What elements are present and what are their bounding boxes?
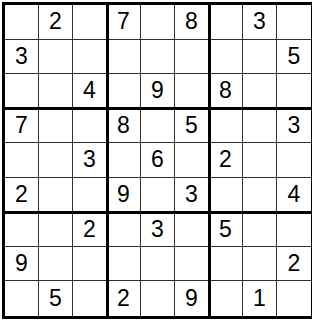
cell-r1c9[interactable] [277, 5, 311, 40]
cell-r4c8[interactable] [243, 109, 277, 144]
cell-r9c1[interactable] [5, 281, 39, 316]
cell-r8c6[interactable] [175, 247, 209, 282]
cell-r8c7[interactable] [209, 247, 243, 282]
cell-r3c9[interactable] [277, 74, 311, 109]
cell-r3c2[interactable] [39, 74, 73, 109]
cell-r6c7[interactable] [209, 178, 243, 213]
cell-r5c4[interactable] [107, 143, 141, 178]
cell-r5c5: 6 [141, 143, 175, 178]
cell-r9c9[interactable] [277, 281, 311, 316]
cell-r2c2[interactable] [39, 40, 73, 75]
cell-r6c6: 3 [175, 178, 209, 213]
cell-r1c8: 3 [243, 5, 277, 40]
cell-r8c5[interactable] [141, 247, 175, 282]
cell-r4c7[interactable] [209, 109, 243, 144]
cell-r8c3[interactable] [73, 247, 107, 282]
cell-r1c5[interactable] [141, 5, 175, 40]
cell-r2c8[interactable] [243, 40, 277, 75]
cell-r5c8[interactable] [243, 143, 277, 178]
cell-r6c3[interactable] [73, 178, 107, 213]
cell-r4c9: 3 [277, 109, 311, 144]
cell-r1c4: 7 [107, 5, 141, 40]
cell-r8c8[interactable] [243, 247, 277, 282]
cell-r1c1[interactable] [5, 5, 39, 40]
cell-r1c3[interactable] [73, 5, 107, 40]
cell-r6c8[interactable] [243, 178, 277, 213]
cell-r5c3: 3 [73, 143, 107, 178]
cell-r4c4: 8 [107, 109, 141, 144]
cell-r8c1: 9 [5, 247, 39, 282]
cell-r4c5[interactable] [141, 109, 175, 144]
cell-r6c1: 2 [5, 178, 39, 213]
cell-r5c2[interactable] [39, 143, 73, 178]
cell-r2c4[interactable] [107, 40, 141, 75]
cell-r6c4: 9 [107, 178, 141, 213]
cell-r9c6: 9 [175, 281, 209, 316]
cell-r4c2[interactable] [39, 109, 73, 144]
cell-r3c3: 4 [73, 74, 107, 109]
cell-r3c7: 8 [209, 74, 243, 109]
cell-r9c2: 5 [39, 281, 73, 316]
cell-r9c8: 1 [243, 281, 277, 316]
cell-r2c7[interactable] [209, 40, 243, 75]
cell-r3c1[interactable] [5, 74, 39, 109]
cell-r6c2[interactable] [39, 178, 73, 213]
cell-r2c1: 3 [5, 40, 39, 75]
cell-r3c5: 9 [141, 74, 175, 109]
cell-r2c6[interactable] [175, 40, 209, 75]
cell-r7c8[interactable] [243, 212, 277, 247]
cell-r3c8[interactable] [243, 74, 277, 109]
cell-r7c4[interactable] [107, 212, 141, 247]
cell-r5c7: 2 [209, 143, 243, 178]
cell-r1c2: 2 [39, 5, 73, 40]
cell-r1c7[interactable] [209, 5, 243, 40]
cell-r7c9[interactable] [277, 212, 311, 247]
cell-r6c5[interactable] [141, 178, 175, 213]
cell-r2c5[interactable] [141, 40, 175, 75]
cell-r5c6[interactable] [175, 143, 209, 178]
cell-r9c4: 2 [107, 281, 141, 316]
cell-r7c3: 2 [73, 212, 107, 247]
cell-r6c9: 4 [277, 178, 311, 213]
cell-r3c4[interactable] [107, 74, 141, 109]
cell-r4c3[interactable] [73, 109, 107, 144]
cell-r7c6[interactable] [175, 212, 209, 247]
cell-r2c9: 5 [277, 40, 311, 75]
cell-r5c9[interactable] [277, 143, 311, 178]
cell-r9c3[interactable] [73, 281, 107, 316]
cell-r7c7: 5 [209, 212, 243, 247]
cell-r4c6: 5 [175, 109, 209, 144]
cell-r7c5: 3 [141, 212, 175, 247]
cell-r8c9: 2 [277, 247, 311, 282]
cell-r9c7[interactable] [209, 281, 243, 316]
cell-r5c1[interactable] [5, 143, 39, 178]
cell-r7c2[interactable] [39, 212, 73, 247]
cell-r7c1[interactable] [5, 212, 39, 247]
cell-r2c3[interactable] [73, 40, 107, 75]
cell-r4c1: 7 [5, 109, 39, 144]
cell-r8c4[interactable] [107, 247, 141, 282]
cell-r3c6[interactable] [175, 74, 209, 109]
cell-r8c2[interactable] [39, 247, 73, 282]
cell-r9c5[interactable] [141, 281, 175, 316]
cell-r1c6: 8 [175, 5, 209, 40]
sudoku-board: 27833549878533622934235925291 [2, 2, 312, 319]
